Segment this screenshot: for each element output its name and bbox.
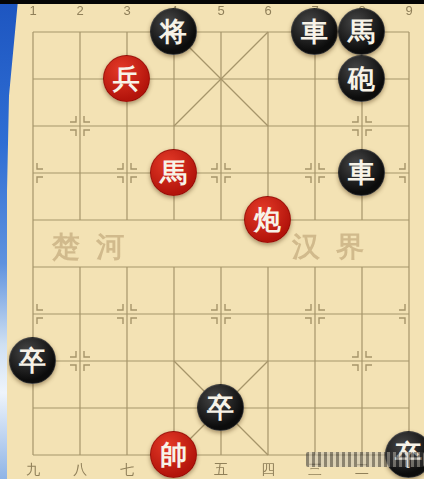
board-cell[interactable]	[291, 290, 338, 337]
board-cell[interactable]	[150, 290, 197, 337]
board-cell[interactable]: 砲	[338, 55, 385, 102]
top-letterbox-bar	[0, 0, 424, 4]
board-cell[interactable]	[56, 149, 103, 196]
board-cell[interactable]	[197, 8, 244, 55]
board-cell[interactable]	[291, 196, 338, 243]
board-cell[interactable]	[150, 337, 197, 384]
board-cell[interactable]: 卒	[9, 337, 56, 384]
board-cell[interactable]	[9, 243, 56, 290]
board-cell[interactable]: 炮	[244, 196, 291, 243]
board-cell[interactable]	[244, 243, 291, 290]
board-cell[interactable]: 馬	[338, 8, 385, 55]
board-cell[interactable]	[385, 102, 424, 149]
piece-black-soldier[interactable]: 卒	[197, 384, 244, 431]
board-cell[interactable]	[56, 290, 103, 337]
board-cell[interactable]	[150, 196, 197, 243]
piece-red-horse[interactable]: 馬	[150, 149, 197, 196]
board-cell[interactable]	[291, 337, 338, 384]
board-cell[interactable]	[150, 102, 197, 149]
board-cell[interactable]	[103, 102, 150, 149]
board-cell[interactable]	[56, 243, 103, 290]
board-cell[interactable]: 馬	[150, 149, 197, 196]
board-cell[interactable]	[103, 149, 150, 196]
board-cell[interactable]	[291, 243, 338, 290]
board-cell[interactable]	[385, 55, 424, 102]
board-cell[interactable]	[385, 149, 424, 196]
board-cell[interactable]	[9, 431, 56, 478]
board-cell[interactable]	[385, 337, 424, 384]
board-cell[interactable]	[197, 290, 244, 337]
board-cell[interactable]: 卒	[197, 384, 244, 431]
piece-black-chariot[interactable]: 車	[291, 8, 338, 55]
piece-black-soldier[interactable]: 卒	[9, 337, 56, 384]
piece-black-general[interactable]: 将	[150, 8, 197, 55]
board-cell[interactable]	[385, 290, 424, 337]
board-cell[interactable]	[338, 384, 385, 431]
xiangqi-app-screen: 123456789 九八七六五四三二一 楚河 汉界 将車馬兵砲馬車炮卒卒帥卒	[0, 0, 424, 479]
board-cell[interactable]	[150, 55, 197, 102]
board-cell[interactable]	[338, 102, 385, 149]
board-cell[interactable]: 兵	[103, 55, 150, 102]
board-cell[interactable]	[385, 8, 424, 55]
board-cell[interactable]	[244, 431, 291, 478]
board-cell[interactable]	[9, 384, 56, 431]
board-cell[interactable]	[103, 8, 150, 55]
board-cell[interactable]	[103, 431, 150, 478]
board-cell[interactable]	[244, 55, 291, 102]
board-cell[interactable]	[385, 243, 424, 290]
board-cell[interactable]	[244, 337, 291, 384]
board-cell[interactable]	[197, 196, 244, 243]
xiangqi-board: 将車馬兵砲馬車炮卒卒帥卒	[9, 8, 424, 478]
board-cell[interactable]	[103, 196, 150, 243]
piece-black-cannon[interactable]: 砲	[338, 55, 385, 102]
board-cell[interactable]	[197, 431, 244, 478]
piece-red-general[interactable]: 帥	[150, 431, 197, 478]
board-cell[interactable]	[56, 102, 103, 149]
board-cell[interactable]	[9, 196, 56, 243]
board-cell[interactable]	[150, 243, 197, 290]
board-cell[interactable]	[103, 243, 150, 290]
board-cell[interactable]: 車	[291, 8, 338, 55]
board-cell[interactable]	[103, 384, 150, 431]
board-cell[interactable]	[244, 290, 291, 337]
board-cell[interactable]	[56, 384, 103, 431]
board-cell[interactable]	[244, 149, 291, 196]
board-cell[interactable]	[56, 337, 103, 384]
board-cell[interactable]	[197, 243, 244, 290]
board-cell[interactable]	[9, 290, 56, 337]
board-cell[interactable]	[56, 55, 103, 102]
board-cell[interactable]	[244, 384, 291, 431]
board-cell[interactable]	[9, 55, 56, 102]
board-cell[interactable]	[291, 102, 338, 149]
board-cell[interactable]	[197, 102, 244, 149]
board-cell[interactable]	[56, 8, 103, 55]
board-cell[interactable]	[197, 337, 244, 384]
piece-red-cannon[interactable]: 炮	[244, 196, 291, 243]
board-cell[interactable]	[385, 384, 424, 431]
board-cell[interactable]	[56, 431, 103, 478]
board-cell[interactable]	[338, 337, 385, 384]
board-cell[interactable]: 車	[338, 149, 385, 196]
board-cell[interactable]	[9, 102, 56, 149]
board-cell[interactable]: 将	[150, 8, 197, 55]
board-cell[interactable]	[338, 290, 385, 337]
illegible-watermark	[306, 452, 424, 467]
board-cell[interactable]	[103, 337, 150, 384]
board-cell[interactable]	[385, 196, 424, 243]
board-cell[interactable]	[197, 149, 244, 196]
board-cell[interactable]	[244, 102, 291, 149]
board-cell[interactable]	[244, 8, 291, 55]
board-cell[interactable]	[197, 55, 244, 102]
board-cell[interactable]	[291, 149, 338, 196]
board-cell[interactable]	[291, 55, 338, 102]
board-cell[interactable]	[103, 290, 150, 337]
piece-red-soldier[interactable]: 兵	[103, 55, 150, 102]
board-cell[interactable]	[9, 149, 56, 196]
piece-black-horse[interactable]: 馬	[338, 8, 385, 55]
board-cell[interactable]	[56, 196, 103, 243]
board-cell[interactable]	[150, 384, 197, 431]
board-cell[interactable]	[338, 243, 385, 290]
board-cell[interactable]	[338, 196, 385, 243]
board-cell[interactable]	[291, 384, 338, 431]
piece-black-chariot[interactable]: 車	[338, 149, 385, 196]
board-cell[interactable]: 帥	[150, 431, 197, 478]
